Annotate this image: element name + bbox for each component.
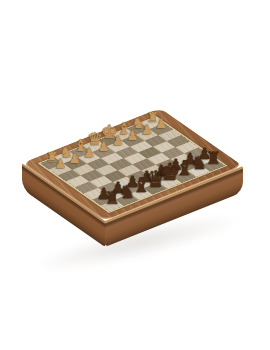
chess-set-product-photo: ♜♞♝♛♚♝♞♜♟♟♟♟♟♟♟♟♟♟♟♟♟♟♟♟♜♞♝♛♚♝♞♜ — [0, 0, 270, 350]
